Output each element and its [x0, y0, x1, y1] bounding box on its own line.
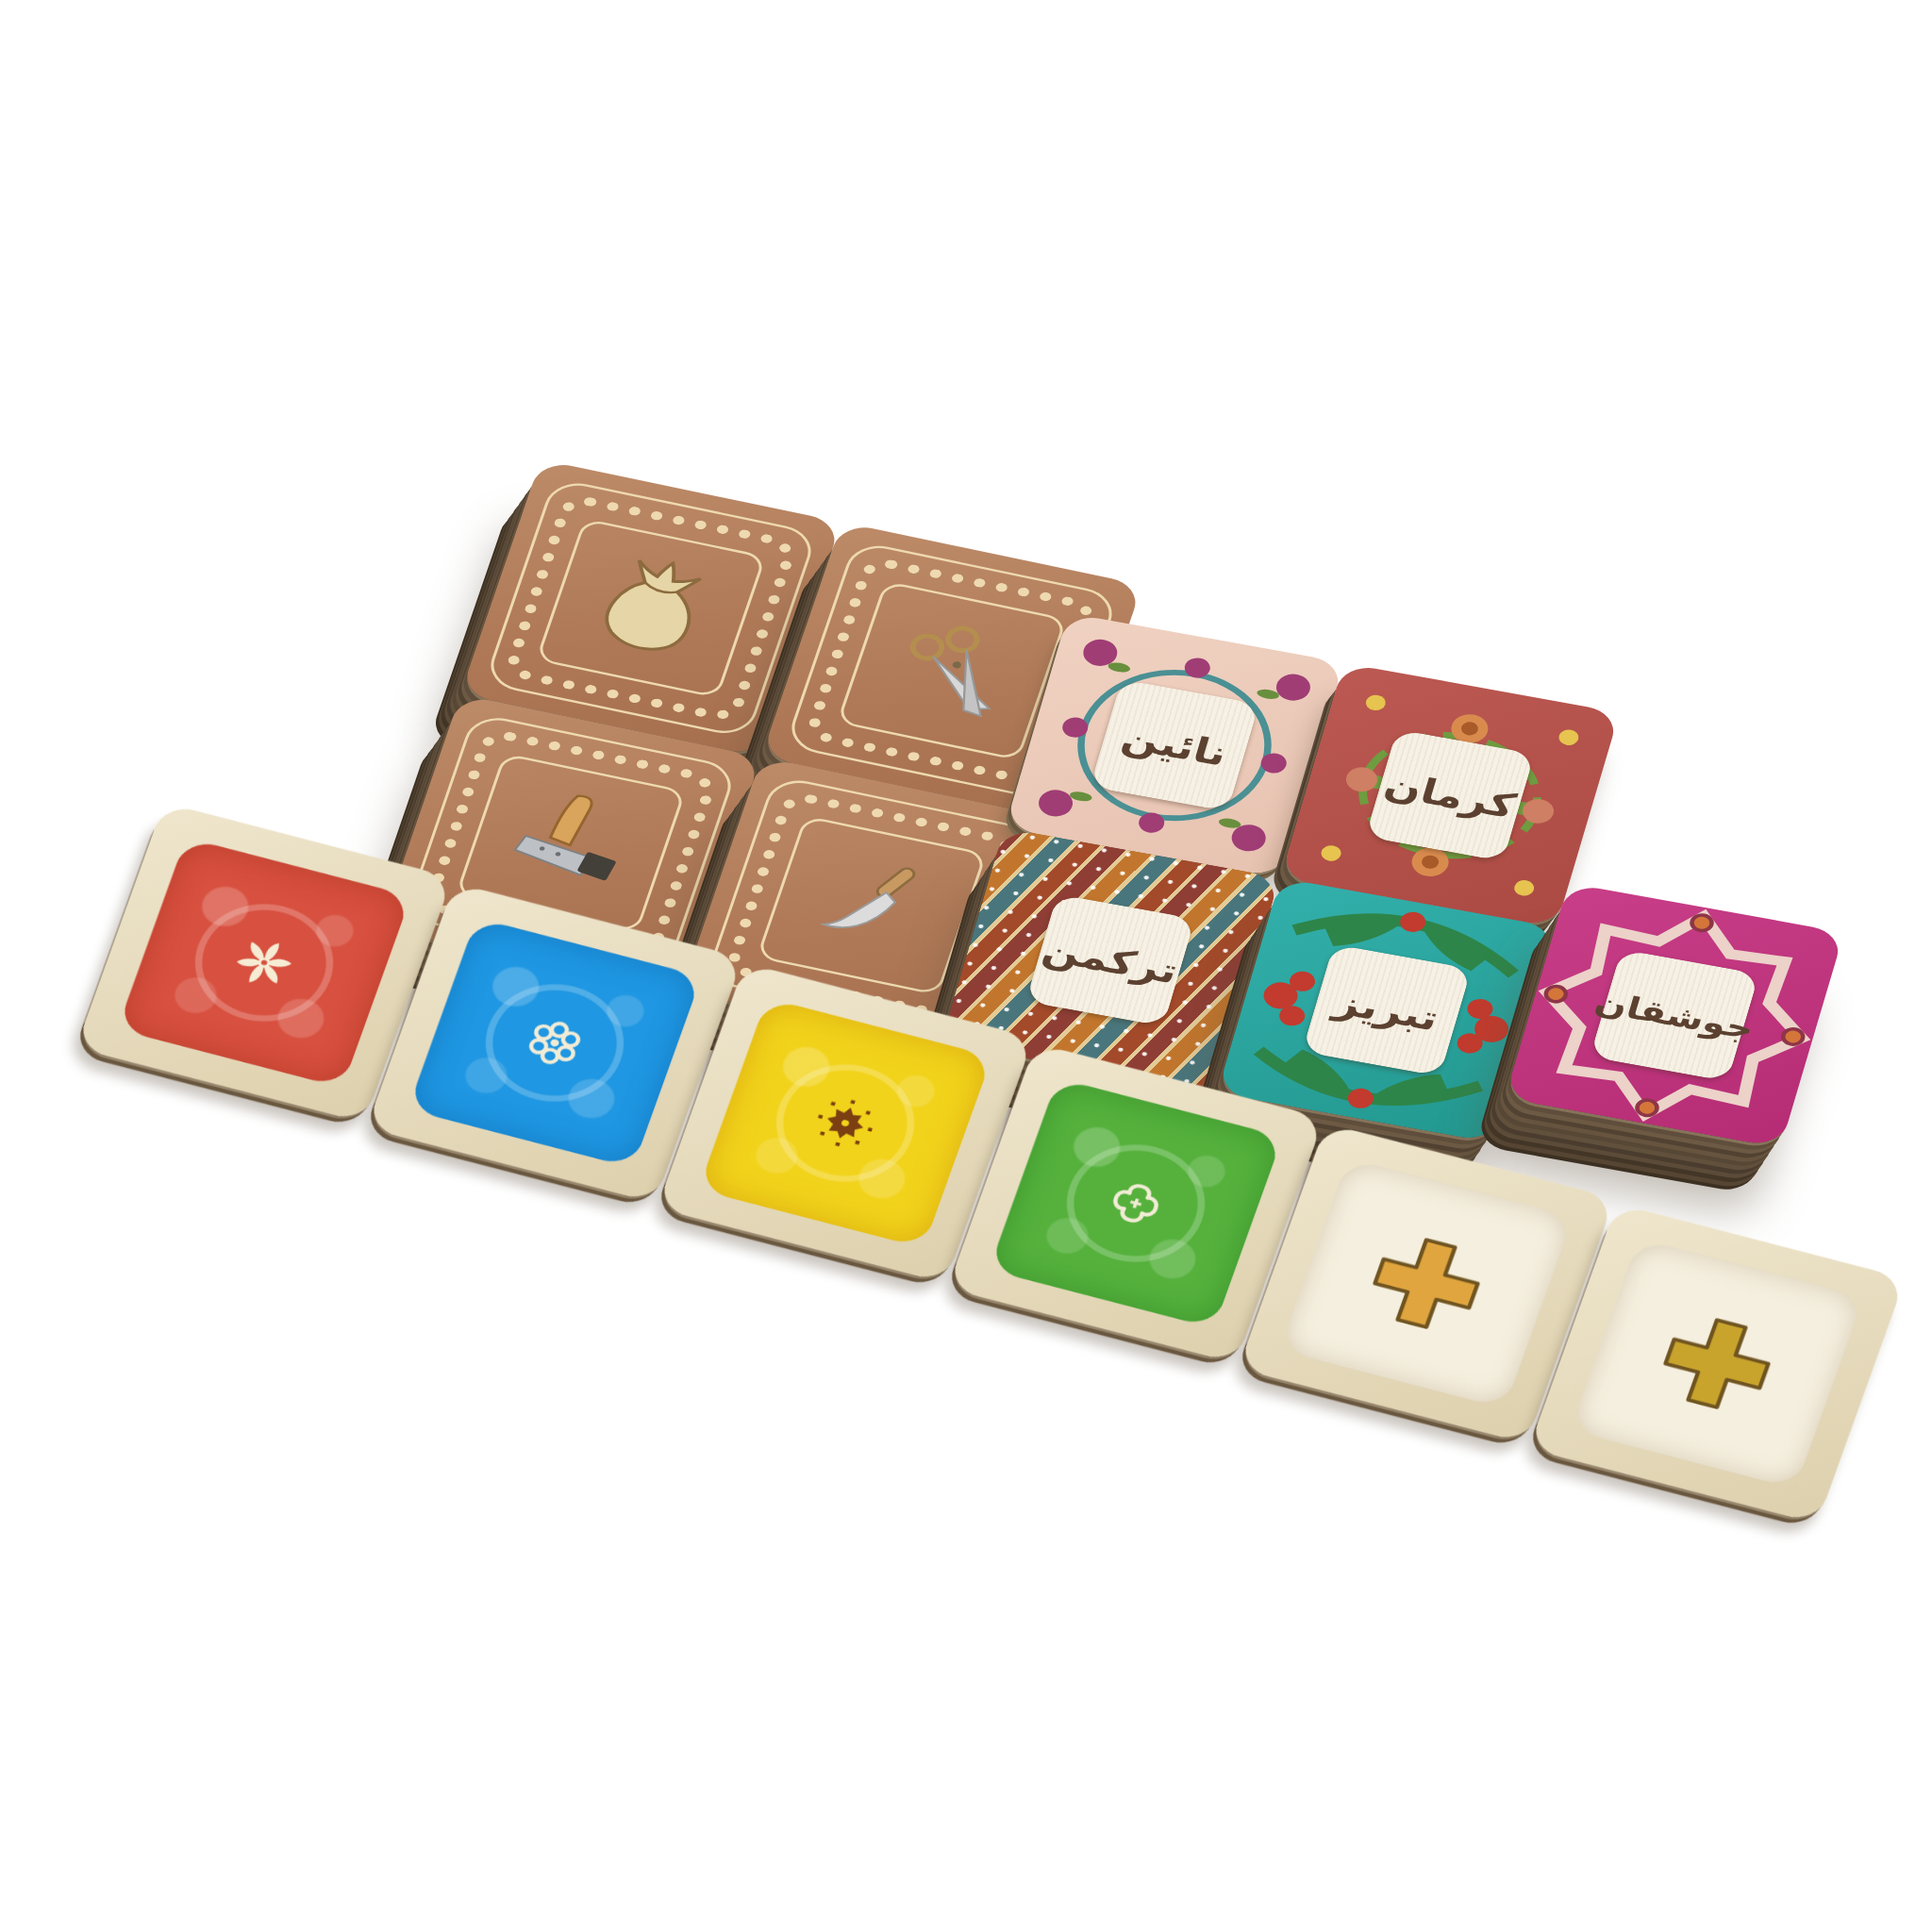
quatrefoil-icon [1077, 1154, 1195, 1254]
eight-point-star-icon [787, 1074, 905, 1174]
city-label: ترکمن [1025, 894, 1195, 1026]
yellow-carpet-panel [698, 998, 992, 1248]
red-carpet-panel [117, 838, 411, 1088]
tabletop-photo: نائین کرمان ترکمن [0, 0, 1932, 1932]
pinwheel-icon [206, 913, 324, 1013]
tile-stack-city-joshaqan[interactable]: جوشقان [1505, 883, 1844, 1148]
plus-panel [1279, 1158, 1574, 1408]
plus-icon [1341, 1211, 1512, 1357]
green-carpet-panel [989, 1078, 1283, 1328]
plus-panel [1570, 1239, 1864, 1489]
blue-carpet-panel [408, 918, 702, 1168]
circle-flower-icon [496, 993, 614, 1093]
plus-icon [1632, 1291, 1803, 1437]
